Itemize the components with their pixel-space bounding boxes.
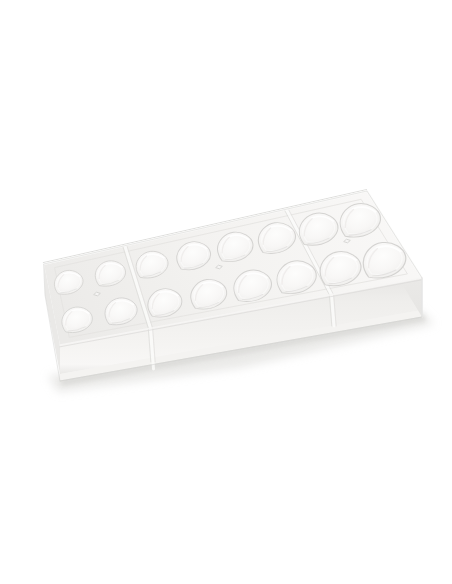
mould-tray <box>43 190 434 392</box>
product-photo <box>0 0 452 584</box>
chocolate-mould-image <box>0 0 452 584</box>
